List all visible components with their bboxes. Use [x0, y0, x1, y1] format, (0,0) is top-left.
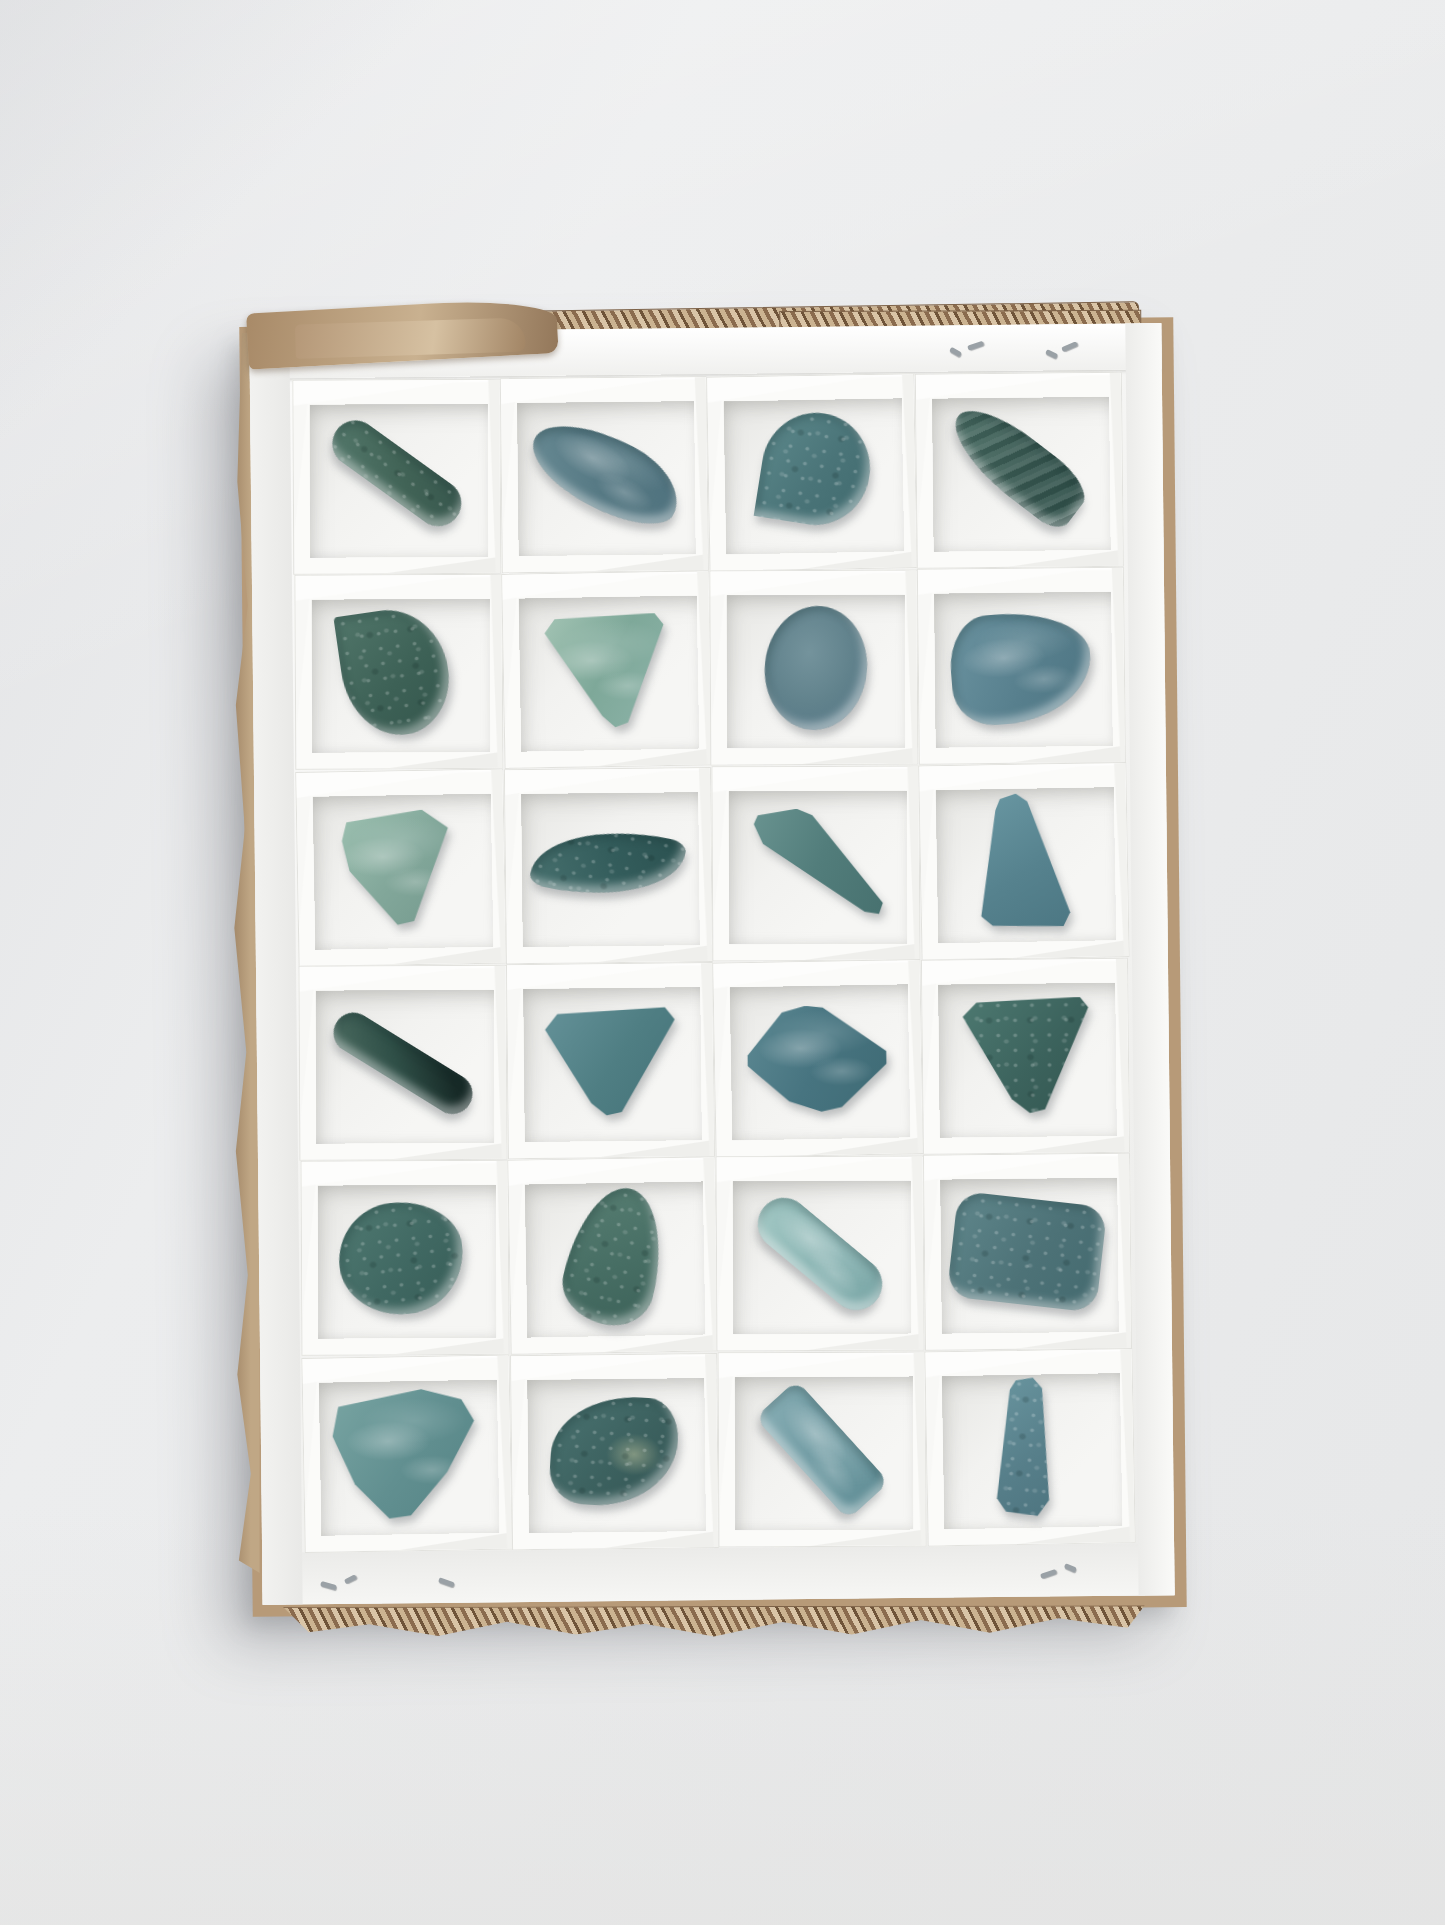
compartment-r5c4 [922, 1153, 1132, 1350]
stone-gloss-highlight [947, 1191, 1108, 1313]
stone-surface [333, 602, 456, 742]
stone-r2c2-right-triangle [541, 613, 671, 731]
photograph-background [0, 0, 1445, 1925]
stone-r5c4-rounded-rectangle [947, 1191, 1108, 1313]
specimen-box [239, 317, 1186, 1617]
compartment-r6c4 [924, 1348, 1135, 1547]
corrugated-edge-bottom [283, 1605, 1145, 1639]
stone-r3c1-kite-pentagon [337, 809, 457, 927]
stone-surface [541, 613, 671, 731]
stone-gloss-highlight [548, 1393, 680, 1510]
compartment-r2c2 [501, 571, 712, 770]
compartment-r6c3 [718, 1351, 926, 1547]
liner-rim-bottom [262, 1543, 1174, 1605]
stone-surface [753, 405, 877, 533]
stone-gloss-highlight [333, 602, 456, 742]
stone-surface [329, 1385, 485, 1522]
compartment-r2c4 [916, 567, 1126, 764]
compartment-r3c4 [918, 762, 1129, 961]
stone-r3c4-tall-sail [965, 792, 1081, 930]
stone-gloss-highlight [753, 405, 877, 533]
compartment-r2c1 [294, 574, 502, 770]
stone-r4c2-wide-triangle [541, 1006, 680, 1119]
stone-surface [965, 792, 1081, 930]
stone-r4c4-scalene-triangle [956, 997, 1095, 1116]
stone-r2c4-broad-shield [947, 607, 1095, 728]
stone-surface [956, 997, 1095, 1116]
compartment-r3c2 [503, 767, 713, 964]
stone-r6c4-tapered-column [981, 1374, 1077, 1521]
stone-r2c3-upright-oval [759, 601, 873, 735]
compartment-r4c1 [299, 965, 507, 1161]
stone-r4c3-lying-rhombus [744, 1004, 892, 1113]
compartment-r5c1 [301, 1160, 509, 1356]
compartment-r6c1 [301, 1354, 512, 1553]
stone-gloss-highlight [947, 607, 1095, 728]
stone-surface [548, 1393, 680, 1510]
compartment-r1c3 [706, 373, 917, 572]
compartment-r5c3 [716, 1156, 924, 1352]
compartment-r4c3 [712, 959, 923, 1158]
white-paper-liner [249, 323, 1174, 1604]
stone-r1c3-teardrop-point-lower-left [753, 405, 877, 533]
stone-r2c1-cone-triangle [333, 602, 456, 742]
stone-surface [947, 607, 1095, 728]
stone-r6c1-large-kite [329, 1385, 485, 1522]
stone-surface [947, 1191, 1108, 1313]
compartment-r1c2 [499, 376, 709, 573]
compartment-r3c1 [295, 768, 506, 967]
compartment-r2c3 [709, 570, 917, 766]
stone-gloss-highlight [333, 1196, 468, 1321]
stone-surface [759, 601, 873, 735]
stone-surface [981, 1374, 1077, 1521]
compartment-grid [292, 372, 1134, 1553]
stone-r6c2-dark-lens-blob [548, 1393, 680, 1510]
torn-cardboard-flap-top-left-inner [295, 318, 526, 359]
stone-r3c3-sliver-awl [752, 808, 882, 919]
stone-surface [744, 1004, 892, 1113]
compartment-r3c3 [711, 765, 919, 961]
stone-surface [541, 1006, 680, 1119]
compartment-r4c2 [505, 962, 715, 1160]
stone-surface [337, 809, 457, 927]
compartment-r4c4 [920, 958, 1130, 1156]
stone-gloss-highlight [759, 601, 873, 735]
stone-r5c1-rounded-pebble [333, 1196, 468, 1321]
compartment-r6c2 [510, 1353, 720, 1550]
compartment-r5c2 [507, 1157, 718, 1356]
compartment-r1c1 [292, 379, 500, 575]
stone-surface [752, 808, 882, 919]
stone-surface [333, 1196, 468, 1321]
compartment-r1c4 [914, 372, 1124, 569]
